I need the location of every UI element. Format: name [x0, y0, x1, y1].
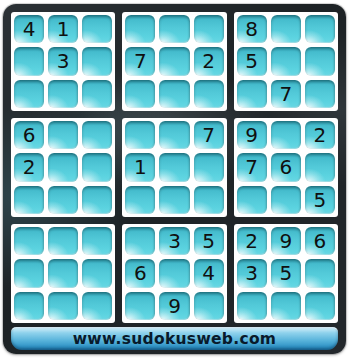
- cell-r7c4[interactable]: [125, 227, 155, 255]
- cell-r9c5[interactable]: 9: [159, 292, 189, 320]
- cell-r9c3[interactable]: [82, 292, 112, 320]
- cell-r9c9[interactable]: [305, 292, 335, 320]
- cell-r3c4[interactable]: [125, 80, 155, 108]
- cell-r5c1[interactable]: 2: [14, 153, 44, 181]
- footer-band: www.sudokusweb.com: [11, 327, 338, 350]
- cell-r9c2[interactable]: [48, 292, 78, 320]
- cell-r7c3[interactable]: [82, 227, 112, 255]
- cell-r5c6[interactable]: [194, 153, 224, 181]
- cell-r4c2[interactable]: [48, 121, 78, 149]
- cell-r8c6[interactable]: 4: [194, 259, 224, 287]
- block-2-3: 92765: [234, 118, 338, 217]
- cell-r7c9[interactable]: 6: [305, 227, 335, 255]
- cell-r2c5[interactable]: [159, 47, 189, 75]
- sudoku-board: 413728576271927653564929635: [11, 12, 338, 323]
- cell-r2c4[interactable]: 7: [125, 47, 155, 75]
- block-3-1: [11, 224, 115, 323]
- cell-r1c6[interactable]: [194, 15, 224, 43]
- cell-r5c5[interactable]: [159, 153, 189, 181]
- cell-r8c1[interactable]: [14, 259, 44, 287]
- cell-r9c7[interactable]: [237, 292, 267, 320]
- cell-r6c8[interactable]: [271, 186, 301, 214]
- cell-r1c1[interactable]: 4: [14, 15, 44, 43]
- cell-r5c9[interactable]: [305, 153, 335, 181]
- cell-r4c6[interactable]: 7: [194, 121, 224, 149]
- cell-r7c7[interactable]: 2: [237, 227, 267, 255]
- cell-r1c9[interactable]: [305, 15, 335, 43]
- cell-r8c5[interactable]: [159, 259, 189, 287]
- cell-r5c4[interactable]: 1: [125, 153, 155, 181]
- block-1-3: 857: [234, 12, 338, 111]
- cell-r4c3[interactable]: [82, 121, 112, 149]
- cell-r1c4[interactable]: [125, 15, 155, 43]
- cell-r3c6[interactable]: [194, 80, 224, 108]
- sudoku-screenshot: 413728576271927653564929635 www.sudokusw…: [0, 0, 350, 360]
- cell-r8c4[interactable]: 6: [125, 259, 155, 287]
- board-frame: 413728576271927653564929635 www.sudokusw…: [3, 4, 346, 354]
- cell-r5c2[interactable]: [48, 153, 78, 181]
- cell-r1c3[interactable]: [82, 15, 112, 43]
- cell-r3c9[interactable]: [305, 80, 335, 108]
- cell-r5c8[interactable]: 6: [271, 153, 301, 181]
- cell-r6c9[interactable]: 5: [305, 186, 335, 214]
- site-link[interactable]: www.sudokusweb.com: [73, 330, 277, 348]
- cell-r1c8[interactable]: [271, 15, 301, 43]
- cell-r6c3[interactable]: [82, 186, 112, 214]
- cell-r9c8[interactable]: [271, 292, 301, 320]
- cell-r8c2[interactable]: [48, 259, 78, 287]
- cell-r4c4[interactable]: [125, 121, 155, 149]
- cell-r2c6[interactable]: 2: [194, 47, 224, 75]
- cell-r9c1[interactable]: [14, 292, 44, 320]
- cell-r1c7[interactable]: 8: [237, 15, 267, 43]
- cell-r3c5[interactable]: [159, 80, 189, 108]
- cell-r4c5[interactable]: [159, 121, 189, 149]
- block-1-2: 72: [122, 12, 226, 111]
- cell-r8c8[interactable]: 5: [271, 259, 301, 287]
- cell-r7c2[interactable]: [48, 227, 78, 255]
- cell-r6c1[interactable]: [14, 186, 44, 214]
- cell-r3c3[interactable]: [82, 80, 112, 108]
- block-1-1: 413: [11, 12, 115, 111]
- cell-r3c1[interactable]: [14, 80, 44, 108]
- cell-r1c5[interactable]: [159, 15, 189, 43]
- cell-r4c8[interactable]: [271, 121, 301, 149]
- cell-r6c5[interactable]: [159, 186, 189, 214]
- block-3-2: 35649: [122, 224, 226, 323]
- block-2-1: 62: [11, 118, 115, 217]
- cell-r3c2[interactable]: [48, 80, 78, 108]
- cell-r7c5[interactable]: 3: [159, 227, 189, 255]
- cell-r7c8[interactable]: 9: [271, 227, 301, 255]
- cell-r6c2[interactable]: [48, 186, 78, 214]
- cell-r7c6[interactable]: 5: [194, 227, 224, 255]
- cell-r8c9[interactable]: [305, 259, 335, 287]
- cell-r8c3[interactable]: [82, 259, 112, 287]
- cell-r8c7[interactable]: 3: [237, 259, 267, 287]
- cell-r2c8[interactable]: [271, 47, 301, 75]
- cell-r9c6[interactable]: [194, 292, 224, 320]
- cell-r5c7[interactable]: 7: [237, 153, 267, 181]
- cell-r2c7[interactable]: 5: [237, 47, 267, 75]
- cell-r4c1[interactable]: 6: [14, 121, 44, 149]
- cell-r6c6[interactable]: [194, 186, 224, 214]
- cell-r3c8[interactable]: 7: [271, 80, 301, 108]
- cell-r4c7[interactable]: 9: [237, 121, 267, 149]
- cell-r2c1[interactable]: [14, 47, 44, 75]
- block-2-2: 71: [122, 118, 226, 217]
- cell-r2c2[interactable]: 3: [48, 47, 78, 75]
- cell-r6c4[interactable]: [125, 186, 155, 214]
- cell-r6c7[interactable]: [237, 186, 267, 214]
- cell-r2c9[interactable]: [305, 47, 335, 75]
- cell-r2c3[interactable]: [82, 47, 112, 75]
- cell-r1c2[interactable]: 1: [48, 15, 78, 43]
- cell-r9c4[interactable]: [125, 292, 155, 320]
- cell-r7c1[interactable]: [14, 227, 44, 255]
- cell-r3c7[interactable]: [237, 80, 267, 108]
- cell-r4c9[interactable]: 2: [305, 121, 335, 149]
- cell-r5c3[interactable]: [82, 153, 112, 181]
- block-3-3: 29635: [234, 224, 338, 323]
